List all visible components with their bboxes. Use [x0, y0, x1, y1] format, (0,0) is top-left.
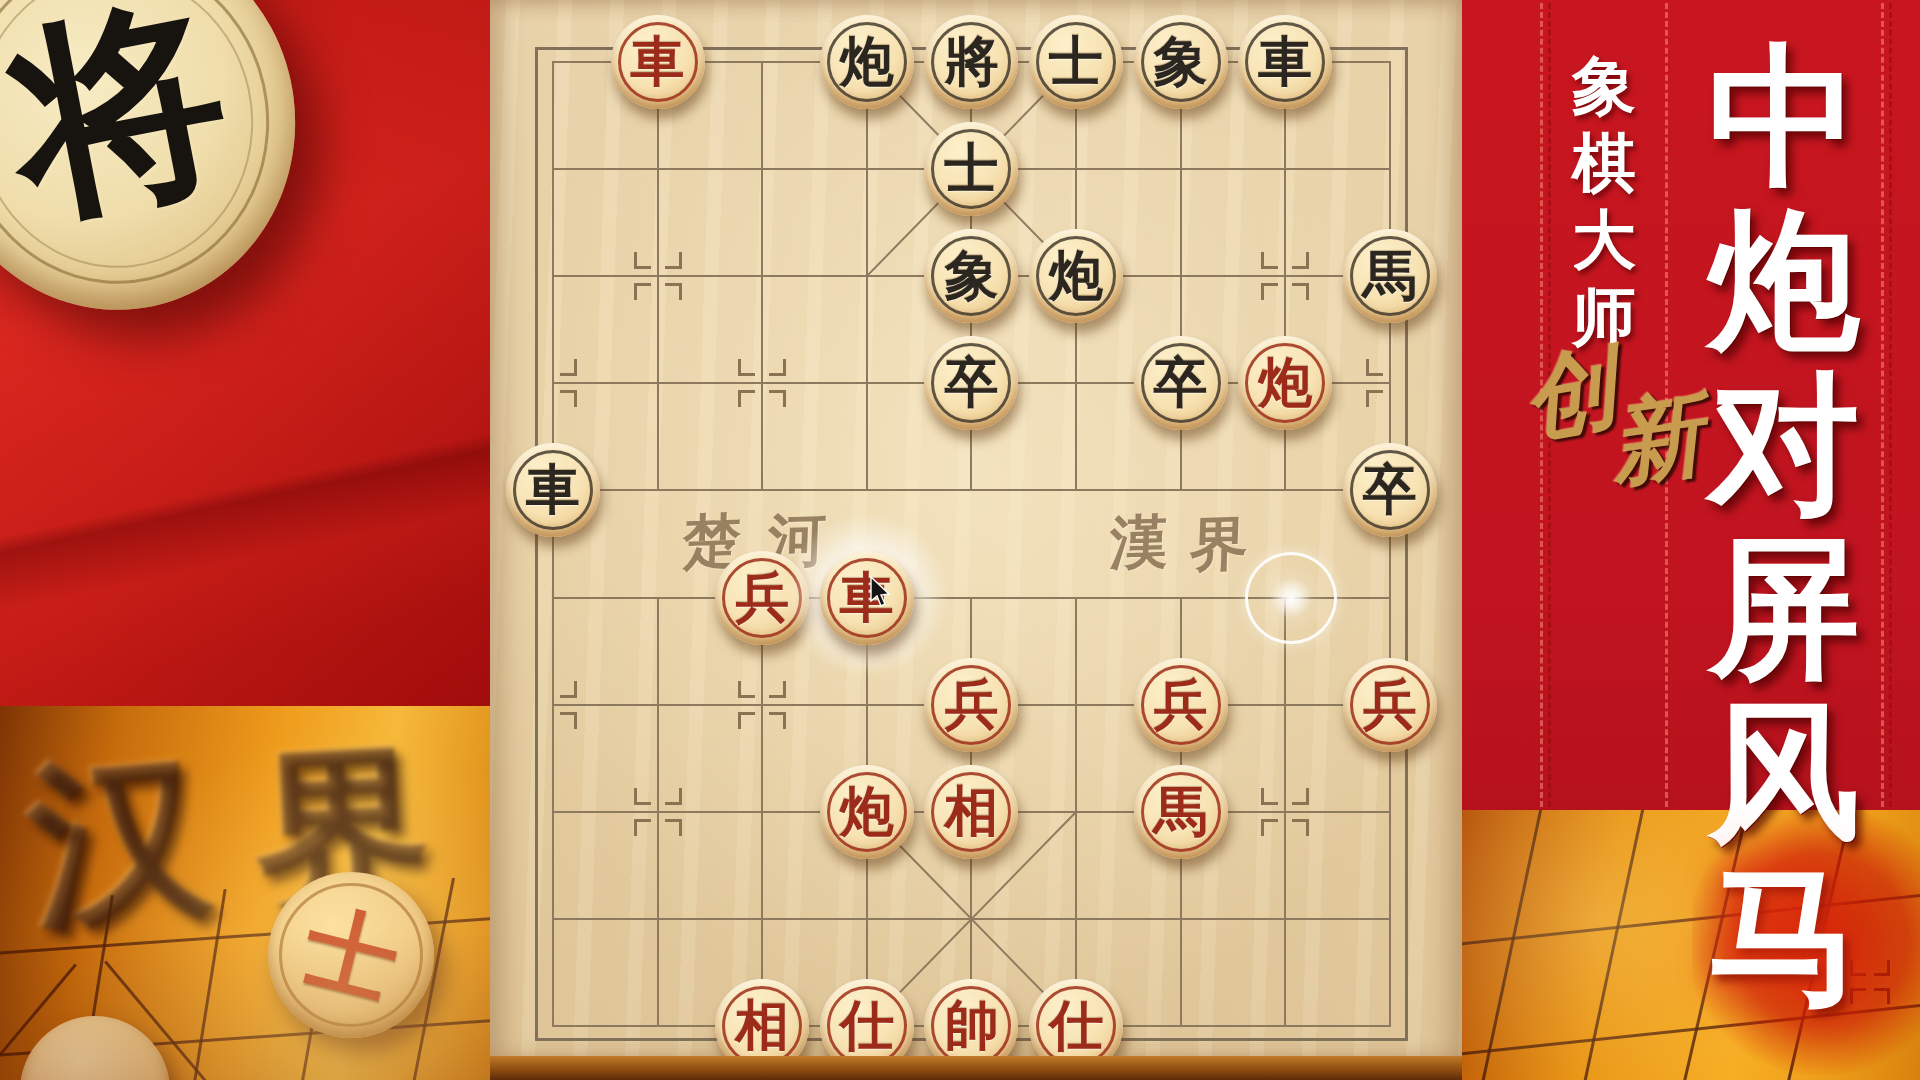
- left-board-photo: 汉 界 士: [0, 706, 490, 1080]
- river-label-char: 漢: [1109, 503, 1170, 583]
- piece-red-cannon-1[interactable]: 炮: [1238, 336, 1332, 430]
- screenshot-root: 将 汉 界 士 楚河漢界 車炮將士象車士象炮馬卒卒炮車卒兵車: [0, 0, 1920, 1080]
- point-marker: [1292, 819, 1309, 836]
- piece-red-chariot-2[interactable]: 車: [820, 551, 914, 645]
- point-marker: [665, 252, 682, 269]
- point-marker: [634, 283, 651, 300]
- piece-glyph: 兵: [944, 678, 998, 732]
- piece-red-elephant-1[interactable]: 相: [924, 765, 1018, 859]
- piece-red-soldier-2[interactable]: 兵: [924, 658, 1018, 752]
- point-marker: [665, 283, 682, 300]
- point-marker: [634, 788, 651, 805]
- piece-glyph: 相: [944, 785, 998, 839]
- point-marker: [1261, 819, 1278, 836]
- piece-black-general[interactable]: 將: [924, 15, 1018, 109]
- point-marker: [634, 252, 651, 269]
- cloth-fold-shadow: [0, 300, 490, 720]
- piece-glyph: 象: [944, 249, 998, 303]
- piece-red-horse[interactable]: 馬: [1134, 765, 1228, 859]
- point-marker: [769, 359, 786, 376]
- piece-glyph: 士: [1049, 35, 1103, 89]
- piece-red-cannon-2[interactable]: 炮: [820, 765, 914, 859]
- piece-glyph: 象: [1154, 35, 1208, 89]
- piece-glyph: 仕: [840, 999, 894, 1053]
- piece-glyph: 馬: [1154, 785, 1208, 839]
- piece-glyph: 炮: [840, 785, 894, 839]
- piece-glyph: 馬: [1363, 249, 1417, 303]
- piece-black-soldier-2[interactable]: 卒: [1134, 336, 1228, 430]
- piece-glyph: 兵: [1154, 678, 1208, 732]
- xiangqi-board[interactable]: 楚河漢界 車炮將士象車士象炮馬卒卒炮車卒兵車兵兵兵炮相馬相仕帥仕: [490, 0, 1462, 1062]
- point-marker: [1292, 283, 1309, 300]
- left-photo-column: 将 汉 界 士: [0, 0, 490, 1080]
- point-marker: [1366, 390, 1383, 407]
- point-marker: [560, 359, 577, 376]
- piece-red-soldier-3[interactable]: 兵: [1134, 658, 1228, 752]
- piece-black-advisor-1[interactable]: 士: [1029, 15, 1123, 109]
- point-marker: [1366, 359, 1383, 376]
- point-marker: [665, 788, 682, 805]
- stitch-line: [1889, 0, 1892, 816]
- point-marker: [560, 681, 577, 698]
- point-marker: [1292, 252, 1309, 269]
- piece-glyph: 將: [944, 35, 998, 89]
- piece-glyph: 炮: [1258, 356, 1312, 410]
- piece-glyph: 相: [735, 999, 789, 1053]
- piece-glyph: 仕: [1049, 999, 1103, 1053]
- piece-glyph: 車: [631, 35, 685, 89]
- piece-black-soldier-3[interactable]: 卒: [1343, 443, 1437, 537]
- piece-glyph: 士: [944, 142, 998, 196]
- point-marker: [738, 359, 755, 376]
- point-marker: [665, 819, 682, 836]
- piece-black-horse[interactable]: 馬: [1343, 229, 1437, 323]
- point-marker: [738, 712, 755, 729]
- point-marker: [1261, 788, 1278, 805]
- point-marker: [560, 712, 577, 729]
- piece-black-elephant-1[interactable]: 象: [1134, 15, 1228, 109]
- point-marker: [738, 390, 755, 407]
- photo-general-glyph: 将: [0, 0, 251, 274]
- point-marker: [1261, 252, 1278, 269]
- piece-glyph: 炮: [1049, 249, 1103, 303]
- piece-black-chariot-1[interactable]: 車: [1238, 15, 1332, 109]
- point-marker: [634, 819, 651, 836]
- calligraphy-char: 新: [1602, 372, 1710, 508]
- point-marker: [560, 390, 577, 407]
- right-banner: 象 棋 大 师 创 新 中 炮 对 屏 风 马: [1462, 0, 1920, 1080]
- piece-glyph: 帥: [944, 999, 998, 1053]
- piece-black-elephant-2[interactable]: 象: [924, 229, 1018, 323]
- piece-glyph: 卒: [1363, 463, 1417, 517]
- photo-general-piece: 将: [0, 0, 317, 331]
- target-point-ring: [1245, 552, 1337, 644]
- piece-black-cannon-1[interactable]: 炮: [820, 15, 914, 109]
- piece-black-chariot-2[interactable]: 車: [506, 443, 600, 537]
- piece-glyph: 炮: [840, 35, 894, 89]
- red-cloth-background: 将: [0, 0, 490, 706]
- piece-glyph: 車: [526, 463, 580, 517]
- point-marker: [769, 390, 786, 407]
- point-marker: [1292, 788, 1309, 805]
- river-label-char: 界: [1189, 505, 1250, 585]
- piece-glyph: 車: [1258, 35, 1312, 89]
- point-marker: [769, 712, 786, 729]
- banner-subtitle: 象 棋 大 师: [1564, 48, 1644, 356]
- piece-black-advisor-2[interactable]: 士: [924, 122, 1018, 216]
- piece-glyph: 卒: [944, 356, 998, 410]
- stitch-line: [1881, 0, 1884, 816]
- board-bottom-edge: [490, 1056, 1462, 1080]
- piece-black-cannon-2[interactable]: 炮: [1029, 229, 1123, 323]
- piece-glyph: 兵: [1363, 678, 1417, 732]
- mouse-cursor-icon: [869, 576, 893, 608]
- point-marker: [769, 681, 786, 698]
- piece-glyph: 卒: [1154, 356, 1208, 410]
- piece-red-soldier-4[interactable]: 兵: [1343, 658, 1437, 752]
- piece-red-chariot-1[interactable]: 車: [611, 15, 705, 109]
- point-marker: [738, 681, 755, 698]
- point-marker: [1261, 283, 1278, 300]
